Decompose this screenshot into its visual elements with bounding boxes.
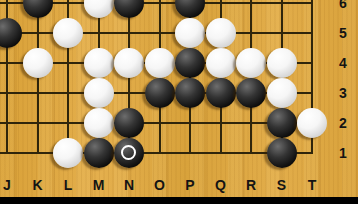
intersection-J1[interactable] [0, 138, 22, 168]
white-stone-M2 [84, 108, 114, 138]
black-stone-O3 [145, 78, 175, 108]
intersection-L4[interactable] [53, 48, 84, 78]
intersection-S5[interactable] [266, 18, 297, 48]
black-stone-S2 [267, 108, 297, 138]
white-stone-Q5 [206, 18, 236, 48]
intersection-J4[interactable] [0, 48, 22, 78]
white-stone-K4 [23, 48, 53, 78]
column-label-K: K [22, 177, 53, 193]
intersection-K1[interactable] [22, 138, 53, 168]
bottom-bar [0, 197, 358, 204]
white-stone-L1 [53, 138, 83, 168]
white-stone-S4 [267, 48, 297, 78]
row-label-5: 5 [334, 25, 352, 41]
intersection-K6[interactable] [22, 0, 53, 18]
intersection-R1[interactable] [236, 138, 267, 168]
intersection-L5[interactable] [53, 18, 84, 48]
column-label-M: M [83, 177, 114, 193]
white-stone-M3 [84, 78, 114, 108]
column-label-P: P [175, 177, 206, 193]
black-stone-M1 [84, 138, 114, 168]
intersection-R3[interactable] [236, 78, 267, 108]
intersection-P4[interactable] [175, 48, 206, 78]
intersection-S3[interactable] [266, 78, 297, 108]
intersection-R6[interactable] [236, 0, 267, 18]
intersection-L1[interactable] [53, 138, 84, 168]
black-stone-P4 [175, 48, 205, 78]
white-stone-Q4 [206, 48, 236, 78]
intersection-O6[interactable] [144, 0, 175, 18]
intersection-O2[interactable] [144, 108, 175, 138]
white-stone-O4 [145, 48, 175, 78]
intersection-M2[interactable] [83, 108, 114, 138]
black-stone-N2 [114, 108, 144, 138]
intersection-Q3[interactable] [205, 78, 236, 108]
row-label-3: 3 [334, 85, 352, 101]
intersection-K3[interactable] [22, 78, 53, 108]
intersection-M3[interactable] [83, 78, 114, 108]
intersection-N6[interactable] [114, 0, 145, 18]
white-stone-M4 [84, 48, 114, 78]
intersection-P6[interactable] [175, 0, 206, 18]
intersection-L6[interactable] [53, 0, 84, 18]
black-stone-R3 [236, 78, 266, 108]
intersection-R4[interactable] [236, 48, 267, 78]
column-label-T: T [297, 177, 328, 193]
intersection-K4[interactable] [22, 48, 53, 78]
column-label-S: S [266, 177, 297, 193]
goban: JKLMNOPQRST 654321 [0, 0, 358, 197]
intersection-J6[interactable] [0, 0, 22, 18]
intersection-N2[interactable] [114, 108, 145, 138]
intersection-T6[interactable] [297, 0, 328, 18]
column-label-O: O [144, 177, 175, 193]
intersection-L3[interactable] [53, 78, 84, 108]
intersection-Q4[interactable] [205, 48, 236, 78]
black-stone-S1 [267, 138, 297, 168]
intersection-P5[interactable] [175, 18, 206, 48]
board-intersections [0, 0, 327, 168]
intersection-N5[interactable] [114, 18, 145, 48]
intersection-S2[interactable] [266, 108, 297, 138]
intersection-T3[interactable] [297, 78, 328, 108]
white-stone-N4 [114, 48, 144, 78]
white-stone-R4 [236, 48, 266, 78]
intersection-M4[interactable] [83, 48, 114, 78]
column-label-J: J [0, 177, 22, 193]
intersection-T1[interactable] [297, 138, 328, 168]
black-stone-P3 [175, 78, 205, 108]
intersection-P2[interactable] [175, 108, 206, 138]
column-label-L: L [53, 177, 84, 193]
white-stone-S3 [267, 78, 297, 108]
intersection-K5[interactable] [22, 18, 53, 48]
intersection-S1[interactable] [266, 138, 297, 168]
column-label-R: R [236, 177, 267, 193]
intersection-N4[interactable] [114, 48, 145, 78]
black-stone-Q3 [206, 78, 236, 108]
intersection-T2[interactable] [297, 108, 328, 138]
black-stone-N1 [114, 138, 144, 168]
intersection-Q6[interactable] [205, 0, 236, 18]
intersection-O1[interactable] [144, 138, 175, 168]
row-label-6: 6 [334, 0, 352, 11]
black-stone-J5 [0, 18, 22, 48]
intersection-J3[interactable] [0, 78, 22, 108]
intersection-R5[interactable] [236, 18, 267, 48]
intersection-M1[interactable] [83, 138, 114, 168]
white-stone-L5 [53, 18, 83, 48]
intersection-P1[interactable] [175, 138, 206, 168]
intersection-R2[interactable] [236, 108, 267, 138]
go-board-screenshot: JKLMNOPQRST 654321 [0, 0, 358, 204]
intersection-Q1[interactable] [205, 138, 236, 168]
column-label-Q: Q [205, 177, 236, 193]
intersection-M5[interactable] [83, 18, 114, 48]
white-stone-M6 [84, 0, 114, 18]
intersection-Q2[interactable] [205, 108, 236, 138]
intersection-K2[interactable] [22, 108, 53, 138]
white-stone-T2 [297, 108, 327, 138]
row-label-2: 2 [334, 115, 352, 131]
intersection-S4[interactable] [266, 48, 297, 78]
black-stone-P6 [175, 0, 205, 18]
intersection-T4[interactable] [297, 48, 328, 78]
intersection-P3[interactable] [175, 78, 206, 108]
intersection-J5[interactable] [0, 18, 22, 48]
intersection-M6[interactable] [83, 0, 114, 18]
intersection-S6[interactable] [266, 0, 297, 18]
intersection-N3[interactable] [114, 78, 145, 108]
intersection-L2[interactable] [53, 108, 84, 138]
intersection-J2[interactable] [0, 108, 22, 138]
black-stone-K6 [23, 0, 53, 18]
intersection-O3[interactable] [144, 78, 175, 108]
intersection-O4[interactable] [144, 48, 175, 78]
intersection-O5[interactable] [144, 18, 175, 48]
white-stone-P5 [175, 18, 205, 48]
intersection-Q5[interactable] [205, 18, 236, 48]
row-label-4: 4 [334, 55, 352, 71]
intersection-N1[interactable] [114, 138, 145, 168]
last-move-marker [121, 145, 136, 160]
column-label-N: N [114, 177, 145, 193]
row-label-1: 1 [334, 145, 352, 161]
intersection-T5[interactable] [297, 18, 328, 48]
black-stone-N6 [114, 0, 144, 18]
